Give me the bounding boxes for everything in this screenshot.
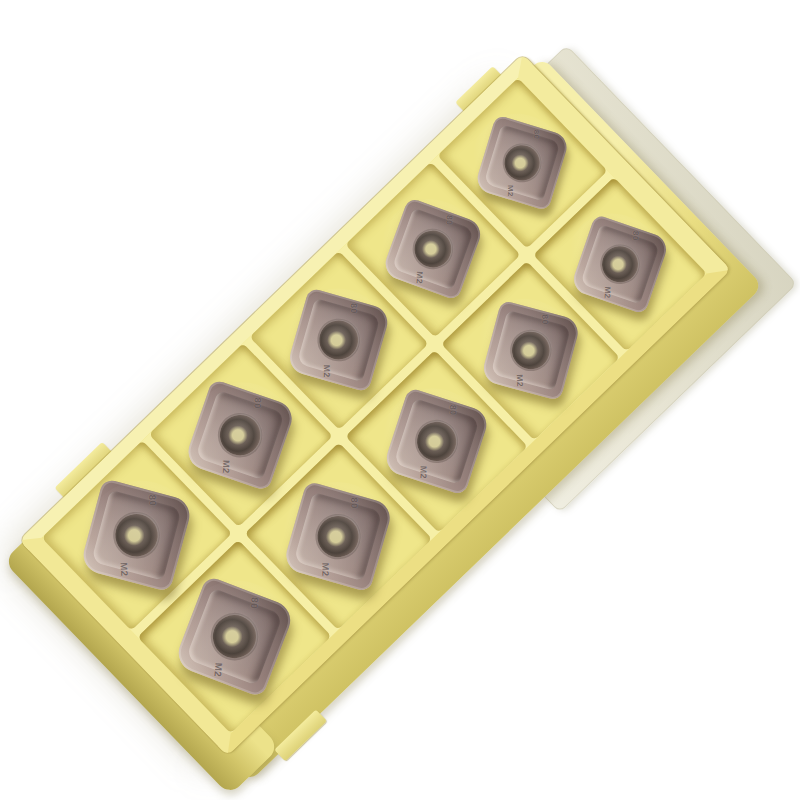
insert-hole bbox=[315, 316, 363, 364]
insert-tray: M280M280M280M280M280M280M280M280M280M280 bbox=[19, 54, 731, 756]
carbide-insert: M280 bbox=[184, 379, 297, 492]
insert-marking-right: 80 bbox=[444, 216, 454, 227]
insert-hole bbox=[507, 328, 553, 374]
carbide-insert: M280 bbox=[80, 479, 194, 593]
insert-marking-left: M2 bbox=[221, 460, 232, 474]
insert-marking-left: M2 bbox=[320, 563, 331, 577]
insert-face bbox=[580, 224, 660, 304]
carbide-insert: M280 bbox=[173, 575, 296, 698]
carbide-insert: M280 bbox=[570, 214, 671, 315]
insert-marking-left: M2 bbox=[322, 365, 332, 378]
insert-marking-right: 80 bbox=[253, 398, 263, 409]
insert-marking-right: 80 bbox=[349, 304, 359, 315]
insert-marking-right: 80 bbox=[349, 497, 359, 509]
insert-marking-right: 80 bbox=[448, 405, 458, 416]
insert-hole bbox=[409, 226, 456, 273]
insert-marking-left: M2 bbox=[419, 466, 429, 479]
insert-marking-right: 80 bbox=[532, 130, 541, 140]
insert-face bbox=[185, 588, 283, 686]
carbide-insert: M280 bbox=[381, 198, 485, 302]
insert-hole bbox=[313, 511, 364, 562]
photo-stage: M280M280M280M280M280M280M280M280M280M280 bbox=[0, 0, 800, 800]
insert-face bbox=[91, 490, 182, 581]
insert-marking-left: M2 bbox=[415, 272, 425, 285]
insert-marking-right: 80 bbox=[147, 495, 158, 507]
carbide-insert: M280 bbox=[282, 480, 394, 592]
insert-hole bbox=[206, 609, 262, 665]
insert-face bbox=[294, 492, 383, 581]
insert-marking-left: M2 bbox=[507, 185, 516, 197]
insert-face bbox=[393, 398, 479, 484]
insert-hole bbox=[215, 410, 266, 461]
insert-face bbox=[490, 310, 571, 391]
carbide-insert: M280 bbox=[474, 115, 571, 212]
insert-marking-right: 80 bbox=[631, 231, 640, 241]
insert-face bbox=[392, 208, 475, 291]
carbide-insert: M280 bbox=[286, 288, 392, 394]
insert-hole bbox=[500, 141, 544, 185]
insert-marking-right: 80 bbox=[248, 597, 260, 610]
insert-hole bbox=[597, 241, 643, 287]
carbide-insert: M280 bbox=[480, 300, 581, 401]
carbide-insert: M280 bbox=[382, 387, 491, 496]
insert-hole bbox=[412, 417, 461, 466]
insert-marking-right: 80 bbox=[540, 315, 550, 326]
insert-face bbox=[297, 298, 381, 382]
insert-marking-left: M2 bbox=[119, 563, 130, 578]
insert-face bbox=[196, 390, 286, 480]
insert-hole bbox=[111, 510, 163, 562]
insert-marking-left: M2 bbox=[515, 375, 525, 388]
insert-marking-left: M2 bbox=[212, 663, 224, 678]
insert-face bbox=[484, 125, 561, 202]
insert-marking-left: M2 bbox=[603, 286, 612, 298]
